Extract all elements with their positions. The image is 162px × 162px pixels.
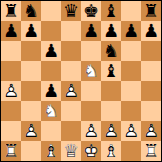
square-b4[interactable] — [21, 81, 41, 101]
square-e5[interactable]: ♞♘ — [81, 61, 101, 81]
white-pawn-icon: ♟♙ — [141, 121, 161, 141]
square-b7[interactable]: ♟ — [21, 21, 41, 41]
white-rook-icon: ♜♖ — [141, 141, 161, 161]
square-b2[interactable]: ♟♙ — [21, 121, 41, 141]
white-pawn-icon: ♟♙ — [1, 81, 21, 101]
square-c3[interactable]: ♞♘ — [41, 101, 61, 121]
white-knight-icon: ♞♘ — [41, 101, 61, 121]
square-f3[interactable] — [101, 101, 121, 121]
black-pawn-icon: ♟ — [41, 41, 61, 61]
square-d5[interactable] — [61, 61, 81, 81]
square-f7[interactable]: ♟ — [101, 21, 121, 41]
square-b5[interactable] — [21, 61, 41, 81]
square-f1[interactable]: ♝♗ — [101, 141, 121, 161]
square-g4[interactable] — [121, 81, 141, 101]
square-a7[interactable]: ♟ — [1, 21, 21, 41]
white-knight-icon: ♞♘ — [81, 61, 101, 81]
black-pawn-icon: ♟ — [121, 21, 141, 41]
square-d8[interactable]: ♛ — [61, 1, 81, 21]
square-c6[interactable]: ♟ — [41, 41, 61, 61]
square-h8[interactable]: ♜ — [141, 1, 161, 21]
square-a1[interactable]: ♜♖ — [1, 141, 21, 161]
square-c1[interactable]: ♝♗ — [41, 141, 61, 161]
black-pawn-icon: ♟ — [101, 21, 121, 41]
square-e7[interactable]: ♟ — [81, 21, 101, 41]
square-h7[interactable]: ♟ — [141, 21, 161, 41]
square-f4[interactable] — [101, 81, 121, 101]
square-b1[interactable] — [21, 141, 41, 161]
white-king-icon: ♚♔ — [81, 141, 101, 161]
square-a2[interactable] — [1, 121, 21, 141]
square-a4[interactable]: ♟♙ — [1, 81, 21, 101]
square-b3[interactable] — [21, 101, 41, 121]
chess-board: ♜♞♛♚♝♜♟♟♟♟♟♟♟♞♞♘♝♟♙♟♟♙♞♘♟♙♟♙♟♙♟♙♟♙♜♖♝♗♛♕… — [1, 1, 161, 161]
white-pawn-icon: ♟♙ — [121, 121, 141, 141]
square-d3[interactable] — [61, 101, 81, 121]
square-c5[interactable] — [41, 61, 61, 81]
square-b6[interactable] — [21, 41, 41, 61]
square-d1[interactable]: ♛♕ — [61, 141, 81, 161]
square-d6[interactable] — [61, 41, 81, 61]
square-g6[interactable] — [121, 41, 141, 61]
square-h6[interactable] — [141, 41, 161, 61]
chess-board-frame: ♜♞♛♚♝♜♟♟♟♟♟♟♟♞♞♘♝♟♙♟♟♙♞♘♟♙♟♙♟♙♟♙♟♙♜♖♝♗♛♕… — [0, 0, 162, 162]
black-pawn-icon: ♟ — [1, 21, 21, 41]
square-g1[interactable] — [121, 141, 141, 161]
square-g3[interactable] — [121, 101, 141, 121]
black-rook-icon: ♜ — [141, 1, 161, 21]
square-e2[interactable]: ♟♙ — [81, 121, 101, 141]
square-e3[interactable] — [81, 101, 101, 121]
square-g8[interactable] — [121, 1, 141, 21]
black-knight-icon: ♞ — [101, 41, 121, 61]
white-bishop-icon: ♝♗ — [101, 141, 121, 161]
white-rook-icon: ♜♖ — [1, 141, 21, 161]
square-d2[interactable] — [61, 121, 81, 141]
white-pawn-icon: ♟♙ — [81, 121, 101, 141]
black-queen-icon: ♛ — [61, 1, 81, 21]
white-pawn-icon: ♟♙ — [61, 81, 81, 101]
white-queen-icon: ♛♕ — [61, 141, 81, 161]
square-c8[interactable] — [41, 1, 61, 21]
square-c7[interactable] — [41, 21, 61, 41]
black-pawn-icon: ♟ — [141, 21, 161, 41]
square-h5[interactable] — [141, 61, 161, 81]
square-a3[interactable] — [1, 101, 21, 121]
square-a5[interactable] — [1, 61, 21, 81]
square-e6[interactable] — [81, 41, 101, 61]
black-pawn-icon: ♟ — [21, 21, 41, 41]
square-d7[interactable] — [61, 21, 81, 41]
square-e4[interactable] — [81, 81, 101, 101]
square-c4[interactable]: ♟ — [41, 81, 61, 101]
black-king-icon: ♚ — [81, 1, 101, 21]
square-b8[interactable]: ♞ — [21, 1, 41, 21]
square-e1[interactable]: ♚♔ — [81, 141, 101, 161]
square-f2[interactable]: ♟♙ — [101, 121, 121, 141]
square-a6[interactable] — [1, 41, 21, 61]
square-h2[interactable]: ♟♙ — [141, 121, 161, 141]
square-g2[interactable]: ♟♙ — [121, 121, 141, 141]
square-h3[interactable] — [141, 101, 161, 121]
black-bishop-icon: ♝ — [101, 61, 121, 81]
black-knight-icon: ♞ — [21, 1, 41, 21]
black-pawn-icon: ♟ — [41, 81, 61, 101]
square-f6[interactable]: ♞ — [101, 41, 121, 61]
square-f5[interactable]: ♝ — [101, 61, 121, 81]
square-f8[interactable]: ♝ — [101, 1, 121, 21]
square-a8[interactable]: ♜ — [1, 1, 21, 21]
square-d4[interactable]: ♟♙ — [61, 81, 81, 101]
white-pawn-icon: ♟♙ — [21, 121, 41, 141]
black-rook-icon: ♜ — [1, 1, 21, 21]
black-pawn-icon: ♟ — [81, 21, 101, 41]
square-c2[interactable] — [41, 121, 61, 141]
square-g7[interactable]: ♟ — [121, 21, 141, 41]
white-bishop-icon: ♝♗ — [41, 141, 61, 161]
square-h4[interactable] — [141, 81, 161, 101]
black-bishop-icon: ♝ — [101, 1, 121, 21]
white-pawn-icon: ♟♙ — [101, 121, 121, 141]
square-e8[interactable]: ♚ — [81, 1, 101, 21]
square-h1[interactable]: ♜♖ — [141, 141, 161, 161]
square-g5[interactable] — [121, 61, 141, 81]
